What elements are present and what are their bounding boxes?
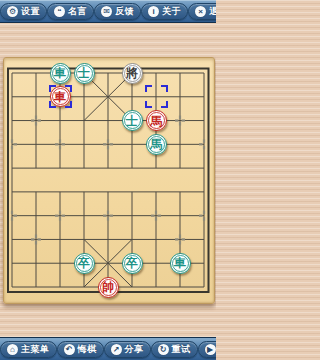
piece-black-general[interactable]: 將 xyxy=(122,63,143,84)
bracket-corner xyxy=(65,85,72,92)
move-target-marker[interactable] xyxy=(145,85,168,108)
bracket-corner xyxy=(161,85,168,92)
piece-character: 馬 xyxy=(150,138,162,150)
settings-button[interactable]: ⚙设置 xyxy=(0,3,47,20)
piece-character: 車 xyxy=(174,257,186,269)
bottom-toolbar: ⌂主菜单↶悔棋↗分享↻重试▶下一关 xyxy=(0,337,216,360)
undo-move-button[interactable]: ↶悔棋 xyxy=(57,341,104,358)
retry-icon: ↻ xyxy=(158,344,169,355)
piece-black-pawn[interactable]: 卒 xyxy=(122,253,143,274)
piece-character: 將 xyxy=(126,67,138,79)
home-icon: ⌂ xyxy=(7,344,18,355)
button-label: 悔棋 xyxy=(78,343,97,356)
share-icon: ↗ xyxy=(111,344,122,355)
bracket-corner xyxy=(161,101,168,108)
piece-character: 卒 xyxy=(78,257,90,269)
exit-button[interactable]: ×退出 xyxy=(188,3,216,20)
bracket-corner xyxy=(49,101,56,108)
next-icon: ▶ xyxy=(205,344,216,355)
quotes-button[interactable]: “名言 xyxy=(47,3,94,20)
button-label: 名言 xyxy=(68,5,87,18)
piece-character: 士 xyxy=(126,115,138,127)
bracket-corner xyxy=(145,101,152,108)
info-icon: i xyxy=(148,6,159,17)
selected-piece-brackets xyxy=(49,85,72,108)
piece-black-advisor[interactable]: 士 xyxy=(122,110,143,131)
button-label: 主菜单 xyxy=(21,343,50,356)
piece-black-advisor[interactable]: 士 xyxy=(74,63,95,84)
about-button[interactable]: i关于 xyxy=(141,3,188,20)
undo-icon: ↶ xyxy=(64,344,75,355)
exit-icon: × xyxy=(195,6,206,17)
button-label: 重试 xyxy=(172,343,191,356)
speech-icon: “ xyxy=(54,6,65,17)
next-level-button[interactable]: ▶下一关 xyxy=(198,341,217,358)
piece-red-horse[interactable]: 馬 xyxy=(146,110,167,131)
piece-red-general[interactable]: 帥 xyxy=(98,277,119,298)
piece-black-chariot[interactable]: 車 xyxy=(170,253,191,274)
bracket-corner xyxy=(145,85,152,92)
piece-black-chariot[interactable]: 車 xyxy=(50,63,71,84)
piece-character: 馬 xyxy=(150,115,162,127)
piece-character: 帥 xyxy=(102,281,114,293)
main-menu-button[interactable]: ⌂主菜单 xyxy=(0,341,57,358)
bracket-corner xyxy=(65,101,72,108)
piece-character: 車 xyxy=(54,67,66,79)
gear-icon: ⚙ xyxy=(7,6,18,17)
button-label: 设置 xyxy=(21,5,40,18)
button-label: 退出 xyxy=(209,5,216,18)
envelope-icon: ✉ xyxy=(101,6,112,17)
top-toolbar: ⚙设置“名言✉反馈i关于×退出 xyxy=(0,0,216,23)
piece-character: 士 xyxy=(78,67,90,79)
button-label: 分享 xyxy=(125,343,144,356)
button-label: 反馈 xyxy=(115,5,134,18)
bracket-corner xyxy=(49,85,56,92)
retry-button[interactable]: ↻重试 xyxy=(151,341,198,358)
piece-black-horse[interactable]: 馬 xyxy=(146,134,167,155)
share-button[interactable]: ↗分享 xyxy=(104,341,151,358)
piece-character: 卒 xyxy=(126,257,138,269)
xiangqi-board[interactable]: 車士將車士馬馬卒卒車帥 xyxy=(0,0,216,360)
feedback-button[interactable]: ✉反馈 xyxy=(94,3,141,20)
piece-black-pawn[interactable]: 卒 xyxy=(74,253,95,274)
button-label: 关于 xyxy=(162,5,181,18)
